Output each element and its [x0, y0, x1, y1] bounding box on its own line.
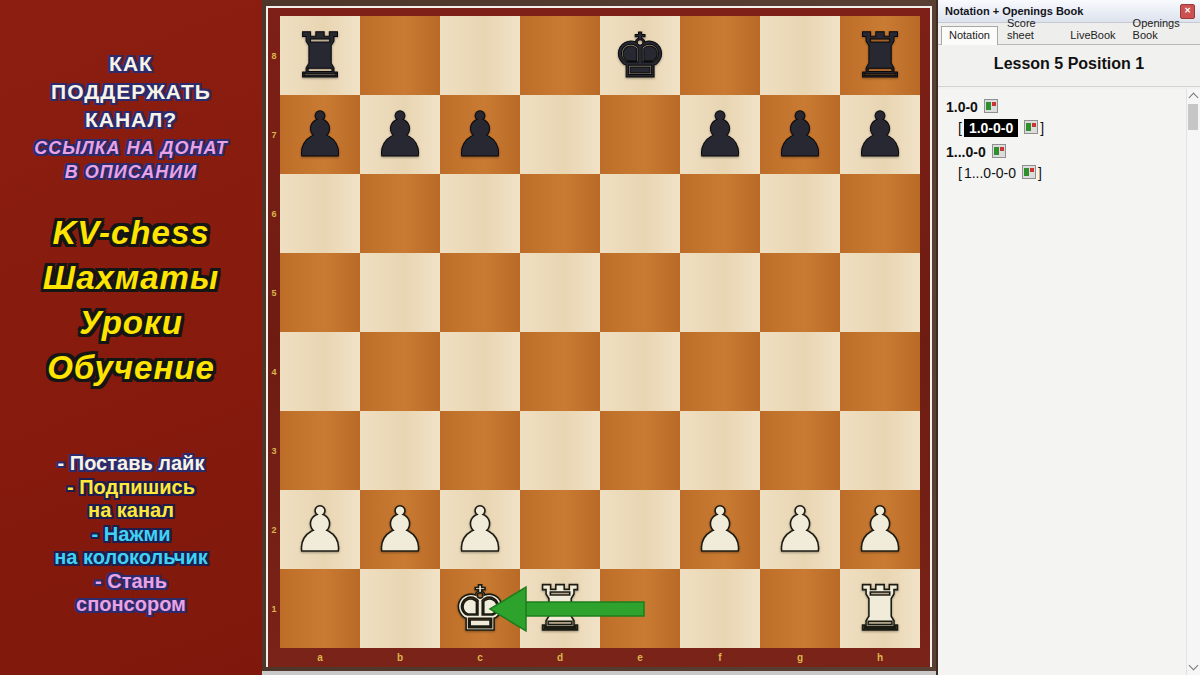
square-f3[interactable]: [680, 411, 760, 490]
square-c2[interactable]: ♟: [440, 490, 520, 569]
brand-line: Шахматы: [0, 255, 262, 300]
cta-line-bell2: на колокольчик: [0, 546, 262, 570]
square-a1[interactable]: [280, 569, 360, 648]
brand-line: Уроки: [0, 300, 262, 345]
rank-label-4: 4: [268, 332, 280, 411]
move-text-highlighted[interactable]: 1.0-0-0: [964, 119, 1018, 137]
square-a7[interactable]: ♟: [280, 95, 360, 174]
white-rook[interactable]: ♜: [852, 578, 908, 640]
panel-tabbar: Notation Score sheet LiveBook Openings B…: [938, 23, 1200, 45]
cta-line-subscribe2: на канал: [0, 499, 262, 523]
bracket-open: [: [956, 120, 964, 136]
square-c6[interactable]: [440, 174, 520, 253]
cta-line-sponsor: - Стань: [0, 570, 262, 594]
square-d4[interactable]: [520, 332, 600, 411]
chessboard-window: 87654321 ♜♚♜♟♟♟♟♟♟♟♟♟♟♟♟♚♜♜ abcdefgh: [262, 0, 936, 675]
square-g2[interactable]: ♟: [760, 490, 840, 569]
diagram-icon[interactable]: [984, 99, 998, 113]
move-black-castle-short[interactable]: 1...0-0: [946, 144, 1183, 160]
window-bottom-edge: [262, 671, 936, 675]
call-to-action: - Поставь лайк - Подпишись на канал - На…: [0, 452, 262, 617]
diagram-icon[interactable]: [1022, 165, 1036, 179]
bracket-close: ]: [1036, 165, 1044, 181]
scroll-down-icon[interactable]: [1189, 661, 1199, 671]
file-label-h: h: [840, 649, 920, 665]
square-f8[interactable]: [680, 16, 760, 95]
file-labels: abcdefgh: [280, 649, 920, 665]
file-label-c: c: [440, 649, 520, 665]
square-c7[interactable]: ♟: [440, 95, 520, 174]
rank-label-5: 5: [268, 253, 280, 332]
square-g5[interactable]: [760, 253, 840, 332]
notation-list: 1.0-0 [1.0-0-0] 1...0-0 [1...0-0-0]: [938, 89, 1187, 675]
square-d6[interactable]: [520, 174, 600, 253]
move-text[interactable]: 1...0-0-0: [964, 165, 1016, 181]
square-b5[interactable]: [360, 253, 440, 332]
bracket-close: ]: [1038, 120, 1046, 136]
black-pawn[interactable]: ♟: [292, 104, 348, 166]
move-text[interactable]: 1...0-0: [946, 144, 986, 160]
rank-label-8: 8: [268, 16, 280, 95]
white-pawn[interactable]: ♟: [772, 499, 828, 561]
variation-white-castle-long[interactable]: [1.0-0-0]: [956, 120, 1183, 136]
black-pawn[interactable]: ♟: [852, 104, 908, 166]
square-c1[interactable]: ♚: [440, 569, 520, 648]
square-h3[interactable]: [840, 411, 920, 490]
screen: КАК ПОДДЕРЖАТЬ КАНАЛ? ССЫЛКА НА ДОНАТ В …: [0, 0, 1200, 675]
square-e8[interactable]: ♚: [600, 16, 680, 95]
tab-livebook[interactable]: LiveBook: [1062, 26, 1123, 44]
file-label-g: g: [760, 649, 840, 665]
square-f2[interactable]: ♟: [680, 490, 760, 569]
white-pawn[interactable]: ♟: [692, 499, 748, 561]
square-c4[interactable]: [440, 332, 520, 411]
square-g1[interactable]: [760, 569, 840, 648]
square-a8[interactable]: ♜: [280, 16, 360, 95]
square-d2[interactable]: [520, 490, 600, 569]
square-d1[interactable]: ♜: [520, 569, 600, 648]
file-label-a: a: [280, 649, 360, 665]
tab-score-sheet[interactable]: Score sheet: [999, 14, 1061, 44]
chess-board[interactable]: ♜♚♜♟♟♟♟♟♟♟♟♟♟♟♟♚♜♜: [280, 16, 920, 648]
file-label-f: f: [680, 649, 760, 665]
black-rook[interactable]: ♜: [852, 25, 908, 87]
support-header-line: КАНАЛ?: [0, 106, 262, 134]
square-b6[interactable]: [360, 174, 440, 253]
donate-note-line: В ОПИСАНИИ: [0, 160, 262, 184]
square-a4[interactable]: [280, 332, 360, 411]
square-d7[interactable]: [520, 95, 600, 174]
black-rook[interactable]: ♜: [292, 25, 348, 87]
donate-note-line: ССЫЛКА НА ДОНАТ: [0, 136, 262, 160]
square-f6[interactable]: [680, 174, 760, 253]
brand-line: Обучение: [0, 345, 262, 390]
board-frame: 87654321 ♜♚♜♟♟♟♟♟♟♟♟♟♟♟♟♚♜♜ abcdefgh: [266, 6, 932, 667]
white-pawn[interactable]: ♟: [452, 499, 508, 561]
rank-labels: 87654321: [268, 16, 280, 648]
square-h4[interactable]: [840, 332, 920, 411]
diagram-icon[interactable]: [992, 144, 1006, 158]
square-f7[interactable]: ♟: [680, 95, 760, 174]
square-d5[interactable]: [520, 253, 600, 332]
brand-line: KV-chess: [0, 210, 262, 255]
square-c3[interactable]: [440, 411, 520, 490]
file-label-b: b: [360, 649, 440, 665]
rank-label-7: 7: [268, 95, 280, 174]
scrollbar-thumb[interactable]: [1188, 104, 1198, 130]
white-pawn[interactable]: ♟: [852, 499, 908, 561]
square-h6[interactable]: [840, 174, 920, 253]
square-d3[interactable]: [520, 411, 600, 490]
black-pawn[interactable]: ♟: [452, 104, 508, 166]
cta-line-sponsor2: спонсором: [0, 593, 262, 617]
cta-line-like: - Поставь лайк: [0, 452, 262, 476]
square-e6[interactable]: [600, 174, 680, 253]
square-b7[interactable]: ♟: [360, 95, 440, 174]
square-f4[interactable]: [680, 332, 760, 411]
cta-line-subscribe: - Подпишись: [0, 476, 262, 500]
square-a5[interactable]: [280, 253, 360, 332]
rank-label-1: 1: [268, 569, 280, 648]
notation-scrollbar[interactable]: [1186, 89, 1200, 675]
diagram-icon[interactable]: [1024, 120, 1038, 134]
scroll-up-icon[interactable]: [1189, 93, 1199, 103]
square-e4[interactable]: [600, 332, 680, 411]
rank-label-3: 3: [268, 411, 280, 490]
file-label-e: e: [600, 649, 680, 665]
support-header: КАК ПОДДЕРЖАТЬ КАНАЛ?: [0, 50, 262, 134]
bracket-open: [: [956, 165, 964, 181]
square-h8[interactable]: ♜: [840, 16, 920, 95]
tab-openings-book[interactable]: Openings Book: [1125, 14, 1200, 44]
square-e3[interactable]: [600, 411, 680, 490]
black-pawn[interactable]: ♟: [692, 104, 748, 166]
square-h1[interactable]: ♜: [840, 569, 920, 648]
support-header-line: ПОДДЕРЖАТЬ: [0, 78, 262, 106]
square-e7[interactable]: [600, 95, 680, 174]
square-b4[interactable]: [360, 332, 440, 411]
rank-label-6: 6: [268, 174, 280, 253]
square-g8[interactable]: [760, 16, 840, 95]
square-g7[interactable]: ♟: [760, 95, 840, 174]
tab-notation[interactable]: Notation: [941, 26, 998, 45]
square-f1[interactable]: [680, 569, 760, 648]
square-a2[interactable]: ♟: [280, 490, 360, 569]
square-h5[interactable]: [840, 253, 920, 332]
square-h2[interactable]: ♟: [840, 490, 920, 569]
square-g4[interactable]: [760, 332, 840, 411]
square-h7[interactable]: ♟: [840, 95, 920, 174]
file-label-d: d: [520, 649, 600, 665]
square-c5[interactable]: [440, 253, 520, 332]
square-a3[interactable]: [280, 411, 360, 490]
square-d8[interactable]: [520, 16, 600, 95]
white-pawn[interactable]: ♟: [292, 499, 348, 561]
square-e2[interactable]: [600, 490, 680, 569]
square-f5[interactable]: [680, 253, 760, 332]
donate-note: ССЫЛКА НА ДОНАТ В ОПИСАНИИ: [0, 136, 262, 184]
square-b8[interactable]: [360, 16, 440, 95]
square-a6[interactable]: [280, 174, 360, 253]
notation-panel: Notation + Openings Book ✕ Notation Scor…: [936, 0, 1200, 675]
promo-sidebar: КАК ПОДДЕРЖАТЬ КАНАЛ? ССЫЛКА НА ДОНАТ В …: [0, 0, 262, 675]
square-g6[interactable]: [760, 174, 840, 253]
white-king[interactable]: ♚: [452, 578, 508, 640]
channel-brand: KV-chess Шахматы Уроки Обучение: [0, 210, 262, 390]
cta-line-bell: - Нажми: [0, 523, 262, 547]
square-g3[interactable]: [760, 411, 840, 490]
black-pawn[interactable]: ♟: [372, 104, 428, 166]
square-c8[interactable]: [440, 16, 520, 95]
lesson-heading: Lesson 5 Position 1: [938, 45, 1200, 87]
square-b2[interactable]: ♟: [360, 490, 440, 569]
support-header-line: КАК: [0, 50, 262, 78]
white-pawn[interactable]: ♟: [372, 499, 428, 561]
white-rook[interactable]: ♜: [532, 578, 588, 640]
square-e5[interactable]: [600, 253, 680, 332]
rank-label-2: 2: [268, 490, 280, 569]
black-pawn[interactable]: ♟: [772, 104, 828, 166]
move-white-castle-short[interactable]: 1.0-0: [946, 99, 1183, 115]
move-text[interactable]: 1.0-0: [946, 99, 978, 115]
square-b3[interactable]: [360, 411, 440, 490]
square-b1[interactable]: [360, 569, 440, 648]
black-king[interactable]: ♚: [612, 25, 668, 87]
variation-black-castle-long[interactable]: [1...0-0-0]: [956, 165, 1183, 181]
square-e1[interactable]: [600, 569, 680, 648]
